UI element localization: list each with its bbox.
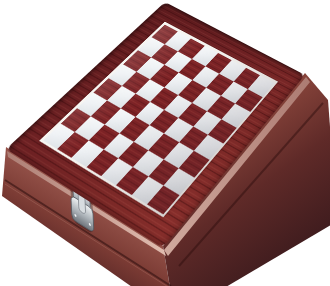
product-photo (0, 0, 330, 286)
